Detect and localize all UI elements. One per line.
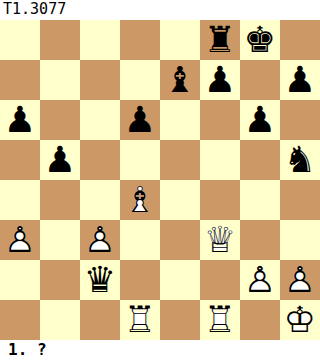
- square-f8[interactable]: ♜: [200, 20, 240, 60]
- square-h6[interactable]: [280, 100, 320, 140]
- square-d7[interactable]: [120, 60, 160, 100]
- square-h1[interactable]: ♚♔: [280, 300, 320, 340]
- black-pawn[interactable]: ♟: [200, 60, 240, 100]
- square-g3[interactable]: [240, 220, 280, 260]
- square-h7[interactable]: ♟: [280, 60, 320, 100]
- square-h3[interactable]: [280, 220, 320, 260]
- square-f7[interactable]: ♟: [200, 60, 240, 100]
- square-g4[interactable]: [240, 180, 280, 220]
- square-e6[interactable]: [160, 100, 200, 140]
- square-a1[interactable]: [0, 300, 40, 340]
- square-a5[interactable]: [0, 140, 40, 180]
- black-knight[interactable]: ♞: [280, 140, 320, 180]
- square-d5[interactable]: [120, 140, 160, 180]
- square-c1[interactable]: [80, 300, 120, 340]
- square-a4[interactable]: [0, 180, 40, 220]
- square-e5[interactable]: [160, 140, 200, 180]
- square-g1[interactable]: [240, 300, 280, 340]
- square-g8[interactable]: ♚: [240, 20, 280, 60]
- square-c4[interactable]: [80, 180, 120, 220]
- square-a7[interactable]: [0, 60, 40, 100]
- square-f2[interactable]: [200, 260, 240, 300]
- square-d1[interactable]: ♜♖: [120, 300, 160, 340]
- black-pawn[interactable]: ♟: [120, 100, 160, 140]
- square-f6[interactable]: [200, 100, 240, 140]
- square-c7[interactable]: [80, 60, 120, 100]
- square-b7[interactable]: [40, 60, 80, 100]
- move-prompt: 1. ?: [0, 340, 320, 360]
- square-g5[interactable]: [240, 140, 280, 180]
- black-king[interactable]: ♚: [240, 20, 280, 60]
- square-a6[interactable]: ♟: [0, 100, 40, 140]
- square-c6[interactable]: [80, 100, 120, 140]
- black-pawn[interactable]: ♟: [240, 100, 280, 140]
- square-c5[interactable]: [80, 140, 120, 180]
- black-pawn[interactable]: ♟: [280, 60, 320, 100]
- square-h5[interactable]: ♞: [280, 140, 320, 180]
- white-pawn[interactable]: ♙: [280, 260, 320, 300]
- white-pawn[interactable]: ♙: [0, 220, 40, 260]
- square-d8[interactable]: [120, 20, 160, 60]
- square-e7[interactable]: ♝: [160, 60, 200, 100]
- square-g6[interactable]: ♟: [240, 100, 280, 140]
- square-f3[interactable]: ♛♕: [200, 220, 240, 260]
- square-f5[interactable]: [200, 140, 240, 180]
- white-pawn[interactable]: ♙: [80, 220, 120, 260]
- square-e1[interactable]: [160, 300, 200, 340]
- square-h8[interactable]: [280, 20, 320, 60]
- square-e4[interactable]: [160, 180, 200, 220]
- square-h4[interactable]: [280, 180, 320, 220]
- white-bishop[interactable]: ♗: [120, 180, 160, 220]
- square-b4[interactable]: [40, 180, 80, 220]
- square-b5[interactable]: ♟: [40, 140, 80, 180]
- square-b1[interactable]: [40, 300, 80, 340]
- square-d4[interactable]: ♝♗: [120, 180, 160, 220]
- square-a8[interactable]: [0, 20, 40, 60]
- square-g2[interactable]: ♟♙: [240, 260, 280, 300]
- square-f1[interactable]: ♜♖: [200, 300, 240, 340]
- black-pawn[interactable]: ♟: [40, 140, 80, 180]
- white-rook[interactable]: ♖: [200, 300, 240, 340]
- black-rook[interactable]: ♜: [200, 20, 240, 60]
- square-e2[interactable]: [160, 260, 200, 300]
- square-d2[interactable]: [120, 260, 160, 300]
- square-e8[interactable]: [160, 20, 200, 60]
- square-c3[interactable]: ♟♙: [80, 220, 120, 260]
- white-king[interactable]: ♔: [280, 300, 320, 340]
- square-c2[interactable]: ♛: [80, 260, 120, 300]
- square-c8[interactable]: [80, 20, 120, 60]
- chess-board: ♜♚♝♟♟♟♟♟♟♞♝♗♟♙♟♙♛♕♛♟♙♟♙♜♖♜♖♚♔: [0, 20, 320, 340]
- square-d3[interactable]: [120, 220, 160, 260]
- white-queen[interactable]: ♕: [200, 220, 240, 260]
- white-pawn[interactable]: ♙: [240, 260, 280, 300]
- square-a3[interactable]: ♟♙: [0, 220, 40, 260]
- puzzle-id: T1.3077: [0, 0, 320, 20]
- black-pawn[interactable]: ♟: [0, 100, 40, 140]
- black-queen[interactable]: ♛: [80, 260, 120, 300]
- square-a2[interactable]: [0, 260, 40, 300]
- square-h2[interactable]: ♟♙: [280, 260, 320, 300]
- white-rook[interactable]: ♖: [120, 300, 160, 340]
- square-f4[interactable]: [200, 180, 240, 220]
- square-b6[interactable]: [40, 100, 80, 140]
- square-g7[interactable]: [240, 60, 280, 100]
- square-b2[interactable]: [40, 260, 80, 300]
- square-b3[interactable]: [40, 220, 80, 260]
- black-bishop[interactable]: ♝: [160, 60, 200, 100]
- square-d6[interactable]: ♟: [120, 100, 160, 140]
- square-b8[interactable]: [40, 20, 80, 60]
- square-e3[interactable]: [160, 220, 200, 260]
